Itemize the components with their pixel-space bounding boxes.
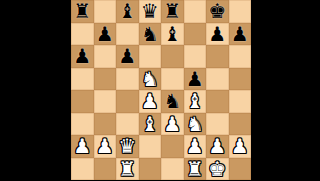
- square-e7[interactable]: ♝: [161, 23, 184, 46]
- square-h5[interactable]: [229, 68, 252, 91]
- square-d2[interactable]: [139, 135, 162, 158]
- square-e1[interactable]: [161, 158, 184, 181]
- square-b1[interactable]: [94, 158, 117, 181]
- square-e3[interactable]: ♟: [161, 113, 184, 136]
- square-h8[interactable]: [229, 0, 252, 23]
- square-d3[interactable]: ♝: [139, 113, 162, 136]
- piece-black-pawn[interactable]: ♟: [186, 67, 204, 90]
- square-b5[interactable]: [94, 68, 117, 91]
- piece-black-rook[interactable]: ♜: [73, 0, 91, 22]
- piece-white-queen[interactable]: ♛: [118, 135, 136, 158]
- square-c8[interactable]: ♝: [116, 0, 139, 23]
- piece-black-pawn[interactable]: ♟: [118, 45, 136, 68]
- square-g5[interactable]: [206, 68, 229, 91]
- square-h3[interactable]: [229, 113, 252, 136]
- piece-black-knight[interactable]: ♞: [163, 90, 181, 113]
- piece-black-bishop[interactable]: ♝: [118, 0, 136, 22]
- piece-black-knight[interactable]: ♞: [141, 22, 159, 45]
- piece-black-pawn[interactable]: ♟: [96, 22, 114, 45]
- square-g1[interactable]: ♚: [206, 158, 229, 181]
- square-h6[interactable]: [229, 45, 252, 68]
- square-e6[interactable]: [161, 45, 184, 68]
- piece-white-king[interactable]: ♚: [208, 157, 226, 180]
- square-f5[interactable]: ♟: [184, 68, 207, 91]
- square-g7[interactable]: ♟: [206, 23, 229, 46]
- square-f3[interactable]: ♞: [184, 113, 207, 136]
- piece-white-pawn[interactable]: ♟: [186, 135, 204, 158]
- screen-background: ♜♝♛♜♚♟♞♝♟♟♟♟♞♟♟♞♝♝♟♞♟♟♛♟♟♟♜♜♚: [0, 0, 320, 180]
- square-b2[interactable]: ♟: [94, 135, 117, 158]
- square-h1[interactable]: [229, 158, 252, 181]
- square-f4[interactable]: ♝: [184, 90, 207, 113]
- square-b8[interactable]: [94, 0, 117, 23]
- square-e8[interactable]: ♜: [161, 0, 184, 23]
- square-c7[interactable]: [116, 23, 139, 46]
- square-a2[interactable]: ♟: [71, 135, 94, 158]
- square-f8[interactable]: [184, 0, 207, 23]
- square-a8[interactable]: ♜: [71, 0, 94, 23]
- square-a6[interactable]: ♟: [71, 45, 94, 68]
- square-d1[interactable]: [139, 158, 162, 181]
- square-g6[interactable]: [206, 45, 229, 68]
- square-g2[interactable]: ♟: [206, 135, 229, 158]
- square-c3[interactable]: [116, 113, 139, 136]
- piece-white-rook[interactable]: ♜: [118, 157, 136, 180]
- square-g8[interactable]: ♚: [206, 0, 229, 23]
- square-c6[interactable]: ♟: [116, 45, 139, 68]
- piece-black-rook[interactable]: ♜: [163, 0, 181, 22]
- piece-black-king[interactable]: ♚: [208, 0, 226, 22]
- piece-white-knight[interactable]: ♞: [186, 112, 204, 135]
- square-f6[interactable]: [184, 45, 207, 68]
- piece-white-bishop[interactable]: ♝: [186, 90, 204, 113]
- piece-white-rook[interactable]: ♜: [186, 157, 204, 180]
- piece-white-pawn[interactable]: ♟: [208, 135, 226, 158]
- square-e5[interactable]: [161, 68, 184, 91]
- square-f1[interactable]: ♜: [184, 158, 207, 181]
- square-c5[interactable]: [116, 68, 139, 91]
- square-g3[interactable]: [206, 113, 229, 136]
- square-f7[interactable]: [184, 23, 207, 46]
- piece-black-pawn[interactable]: ♟: [73, 45, 91, 68]
- piece-black-pawn[interactable]: ♟: [231, 22, 249, 45]
- square-a3[interactable]: [71, 113, 94, 136]
- square-a5[interactable]: [71, 68, 94, 91]
- square-a7[interactable]: [71, 23, 94, 46]
- square-d8[interactable]: ♛: [139, 0, 162, 23]
- piece-white-pawn[interactable]: ♟: [141, 90, 159, 113]
- square-h7[interactable]: ♟: [229, 23, 252, 46]
- square-c2[interactable]: ♛: [116, 135, 139, 158]
- square-f2[interactable]: ♟: [184, 135, 207, 158]
- square-d6[interactable]: [139, 45, 162, 68]
- square-b4[interactable]: [94, 90, 117, 113]
- chess-board: ♜♝♛♜♚♟♞♝♟♟♟♟♞♟♟♞♝♝♟♞♟♟♛♟♟♟♜♜♚: [71, 0, 251, 180]
- piece-white-bishop[interactable]: ♝: [141, 112, 159, 135]
- square-b6[interactable]: [94, 45, 117, 68]
- square-e2[interactable]: [161, 135, 184, 158]
- square-a4[interactable]: [71, 90, 94, 113]
- square-h4[interactable]: [229, 90, 252, 113]
- square-d4[interactable]: ♟: [139, 90, 162, 113]
- piece-white-pawn[interactable]: ♟: [73, 135, 91, 158]
- square-d5[interactable]: ♞: [139, 68, 162, 91]
- square-b7[interactable]: ♟: [94, 23, 117, 46]
- square-c1[interactable]: ♜: [116, 158, 139, 181]
- square-b3[interactable]: [94, 113, 117, 136]
- piece-white-pawn[interactable]: ♟: [96, 135, 114, 158]
- square-a1[interactable]: [71, 158, 94, 181]
- piece-black-pawn[interactable]: ♟: [208, 22, 226, 45]
- piece-black-bishop[interactable]: ♝: [163, 22, 181, 45]
- piece-white-pawn[interactable]: ♟: [163, 112, 181, 135]
- square-g4[interactable]: [206, 90, 229, 113]
- piece-white-knight[interactable]: ♞: [141, 67, 159, 90]
- piece-white-pawn[interactable]: ♟: [231, 135, 249, 158]
- square-c4[interactable]: [116, 90, 139, 113]
- square-d7[interactable]: ♞: [139, 23, 162, 46]
- square-h2[interactable]: ♟: [229, 135, 252, 158]
- square-e4[interactable]: ♞: [161, 90, 184, 113]
- piece-black-queen[interactable]: ♛: [141, 0, 159, 22]
